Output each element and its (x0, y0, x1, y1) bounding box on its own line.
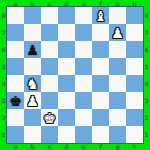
square-h6[interactable] (126, 41, 143, 58)
square-g8[interactable] (109, 7, 126, 24)
file-label-c: c (41, 143, 58, 150)
square-e4[interactable] (75, 75, 92, 92)
square-b5[interactable] (24, 58, 41, 75)
square-f6[interactable] (92, 41, 109, 58)
rank-label-2: 2 (143, 109, 150, 126)
rank-label-3: 3 (143, 92, 150, 109)
square-d8[interactable] (58, 7, 75, 24)
white-king[interactable]: ♚ (43, 111, 56, 125)
square-b3[interactable]: ♟ (24, 92, 41, 109)
rank-label-7: 7 (143, 24, 150, 41)
square-c4[interactable] (41, 75, 58, 92)
square-b2[interactable] (24, 109, 41, 126)
file-label-d: d (58, 143, 75, 150)
square-h5[interactable] (126, 58, 143, 75)
square-f7[interactable] (92, 24, 109, 41)
file-label-a: a (7, 143, 24, 150)
rank-label-8: 8 (0, 7, 7, 24)
square-b6[interactable]: ♟ (24, 41, 41, 58)
square-b4[interactable]: ♞ (24, 75, 41, 92)
square-f8[interactable]: ♝ (92, 7, 109, 24)
square-h4[interactable] (126, 75, 143, 92)
square-f4[interactable] (92, 75, 109, 92)
rank-label-1: 1 (143, 126, 150, 143)
square-f1[interactable] (92, 126, 109, 143)
square-a8[interactable] (7, 7, 24, 24)
board-frame: abcdefgh 87654321 ♝♟♟♞♚♟♚ 87654321 abcde… (0, 0, 150, 150)
file-label-e: e (75, 143, 92, 150)
square-h2[interactable] (126, 109, 143, 126)
square-e1[interactable] (75, 126, 92, 143)
square-d3[interactable] (58, 92, 75, 109)
square-f5[interactable] (92, 58, 109, 75)
square-h7[interactable] (126, 24, 143, 41)
rank-label-4: 4 (143, 75, 150, 92)
square-c3[interactable] (41, 92, 58, 109)
black-pawn[interactable]: ♟ (26, 43, 39, 57)
rank-label-5: 5 (143, 58, 150, 75)
square-e3[interactable] (75, 92, 92, 109)
square-d5[interactable] (58, 58, 75, 75)
square-d1[interactable] (58, 126, 75, 143)
square-e5[interactable] (75, 58, 92, 75)
square-d4[interactable] (58, 75, 75, 92)
square-d2[interactable] (58, 109, 75, 126)
file-label-g: g (109, 143, 126, 150)
file-label-f: f (92, 0, 109, 7)
file-label-d: d (58, 0, 75, 7)
square-a4[interactable] (7, 75, 24, 92)
square-e7[interactable] (75, 24, 92, 41)
square-a6[interactable] (7, 41, 24, 58)
square-a1[interactable] (7, 126, 24, 143)
square-c5[interactable] (41, 58, 58, 75)
black-king[interactable]: ♚ (9, 94, 22, 108)
square-e8[interactable] (75, 7, 92, 24)
square-g6[interactable] (109, 41, 126, 58)
square-d7[interactable] (58, 24, 75, 41)
chess-board[interactable]: ♝♟♟♞♚♟♚ (7, 7, 143, 143)
square-e6[interactable] (75, 41, 92, 58)
white-bishop[interactable]: ♝ (94, 9, 107, 23)
square-d6[interactable] (58, 41, 75, 58)
square-b8[interactable] (24, 7, 41, 24)
rank-label-5: 5 (0, 58, 7, 75)
square-c1[interactable] (41, 126, 58, 143)
square-a7[interactable] (7, 24, 24, 41)
square-a2[interactable] (7, 109, 24, 126)
file-label-h: h (126, 143, 143, 150)
white-pawn[interactable]: ♟ (26, 94, 39, 108)
white-pawn[interactable]: ♟ (111, 26, 124, 40)
file-label-c: c (41, 0, 58, 7)
rank-label-7: 7 (0, 24, 7, 41)
white-knight[interactable]: ♞ (26, 77, 39, 91)
square-c2[interactable]: ♚ (41, 109, 58, 126)
square-b1[interactable] (24, 126, 41, 143)
square-c7[interactable] (41, 24, 58, 41)
rank-label-6: 6 (143, 41, 150, 58)
square-g5[interactable] (109, 58, 126, 75)
square-h1[interactable] (126, 126, 143, 143)
rank-label-2: 2 (0, 109, 7, 126)
file-label-f: f (92, 143, 109, 150)
rank-labels-left: 87654321 (0, 7, 7, 143)
rank-label-6: 6 (0, 41, 7, 58)
file-labels-top: abcdefgh (7, 0, 143, 7)
square-e2[interactable] (75, 109, 92, 126)
rank-label-1: 1 (0, 126, 7, 143)
file-labels-bottom: abcdefgh (7, 143, 143, 150)
square-g4[interactable] (109, 75, 126, 92)
square-g7[interactable]: ♟ (109, 24, 126, 41)
square-h3[interactable] (126, 92, 143, 109)
square-f2[interactable] (92, 109, 109, 126)
rank-label-3: 3 (0, 92, 7, 109)
file-label-e: e (75, 0, 92, 7)
square-a3[interactable]: ♚ (7, 92, 24, 109)
square-f3[interactable] (92, 92, 109, 109)
square-a5[interactable] (7, 58, 24, 75)
file-label-b: b (24, 143, 41, 150)
square-g1[interactable] (109, 126, 126, 143)
file-label-a: a (7, 0, 24, 7)
file-label-h: h (126, 0, 143, 7)
square-g3[interactable] (109, 92, 126, 109)
square-g2[interactable] (109, 109, 126, 126)
rank-label-4: 4 (0, 75, 7, 92)
rank-label-8: 8 (143, 7, 150, 24)
square-h8[interactable] (126, 7, 143, 24)
file-label-g: g (109, 0, 126, 7)
rank-labels-right: 87654321 (143, 7, 150, 143)
square-c8[interactable] (41, 7, 58, 24)
square-b7[interactable] (24, 24, 41, 41)
square-c6[interactable] (41, 41, 58, 58)
file-label-b: b (24, 0, 41, 7)
